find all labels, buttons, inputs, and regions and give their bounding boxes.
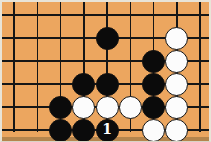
white-stone[interactable] <box>165 96 188 119</box>
black-stone[interactable] <box>72 119 95 142</box>
black-stone[interactable] <box>142 50 165 73</box>
black-stone[interactable] <box>96 73 119 96</box>
black-stone[interactable]: 1 <box>96 119 119 142</box>
black-stone[interactable] <box>49 96 72 119</box>
white-stone[interactable] <box>165 50 188 73</box>
grid-line-horizontal <box>2 14 209 16</box>
grid-line-vertical <box>199 2 201 132</box>
black-stone[interactable] <box>142 96 165 119</box>
grid-line-vertical <box>37 2 39 132</box>
white-stone[interactable] <box>142 119 165 142</box>
white-stone[interactable] <box>72 96 95 119</box>
white-stone[interactable] <box>119 96 142 119</box>
white-stone[interactable] <box>165 27 188 50</box>
go-board-diagram[interactable]: 1 <box>0 0 211 142</box>
black-stone[interactable] <box>72 73 95 96</box>
grid-line-vertical <box>13 2 15 132</box>
move-number-label: 1 <box>102 122 112 136</box>
white-stone[interactable] <box>96 96 119 119</box>
white-stone[interactable] <box>165 119 188 142</box>
black-stone[interactable] <box>49 119 72 142</box>
black-stone[interactable] <box>142 73 165 96</box>
black-stone[interactable] <box>96 27 119 50</box>
white-stone[interactable] <box>165 73 188 96</box>
